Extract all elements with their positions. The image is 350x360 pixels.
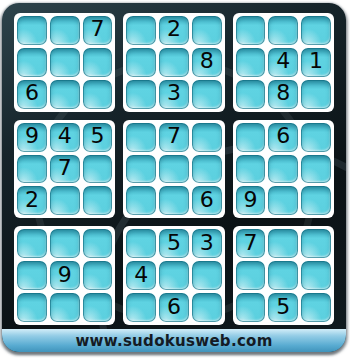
given-digit: 1 [309, 50, 323, 72]
cell-r7c1[interactable] [17, 229, 47, 258]
cell-r8c8[interactable] [268, 261, 298, 290]
cell-r3c4[interactable] [126, 80, 156, 109]
cell-r1c7[interactable] [236, 16, 266, 45]
cell-r1c2[interactable] [50, 16, 80, 45]
cell-r3c8[interactable]: 8 [268, 80, 298, 109]
given-digit: 2 [25, 189, 39, 211]
cell-r6c4[interactable] [126, 186, 156, 215]
cell-r7c3[interactable] [83, 229, 113, 258]
cell-r1c3[interactable]: 7 [83, 16, 113, 45]
cell-r5c5[interactable] [159, 155, 189, 184]
cell-r5c7[interactable] [236, 155, 266, 184]
box-r3c1: 9 [14, 226, 115, 325]
cell-r9c9[interactable] [301, 293, 331, 322]
given-digit: 8 [276, 82, 290, 104]
cell-r2c2[interactable] [50, 48, 80, 77]
cell-r2c6[interactable]: 8 [192, 48, 222, 77]
cell-r9c5[interactable]: 6 [159, 293, 189, 322]
cell-r4c4[interactable] [126, 123, 156, 152]
cell-r8c6[interactable] [192, 261, 222, 290]
cell-r3c9[interactable] [301, 80, 331, 109]
cell-r6c6[interactable]: 6 [192, 186, 222, 215]
cell-r6c8[interactable] [268, 186, 298, 215]
cell-r3c3[interactable] [83, 80, 113, 109]
cell-r6c9[interactable] [301, 186, 331, 215]
cell-r7c9[interactable] [301, 229, 331, 258]
website-link[interactable]: www.sudokusweb.com [75, 332, 272, 350]
cell-r9c1[interactable] [17, 293, 47, 322]
sudoku-board-plaque: 762834189457276699534675 www.sudokusweb.… [2, 3, 346, 352]
cell-r7c4[interactable] [126, 229, 156, 258]
cell-r2c1[interactable] [17, 48, 47, 77]
cell-r5c6[interactable] [192, 155, 222, 184]
cell-r3c1[interactable]: 6 [17, 80, 47, 109]
box-r1c1: 76 [14, 13, 115, 112]
footer-bar: www.sudokusweb.com [2, 329, 346, 352]
cell-r3c2[interactable] [50, 80, 80, 109]
given-digit: 3 [167, 82, 181, 104]
given-digit: 5 [276, 296, 290, 318]
cell-r6c1[interactable]: 2 [17, 186, 47, 215]
given-digit: 5 [167, 232, 181, 254]
box-r2c1: 94572 [14, 120, 115, 219]
cell-r7c6[interactable]: 3 [192, 229, 222, 258]
cell-r1c6[interactable] [192, 16, 222, 45]
cell-r9c2[interactable] [50, 293, 80, 322]
box-r2c2: 76 [123, 120, 224, 219]
cell-r8c1[interactable] [17, 261, 47, 290]
cell-r2c8[interactable]: 4 [268, 48, 298, 77]
box-r2c3: 69 [233, 120, 334, 219]
given-digit: 8 [200, 50, 214, 72]
cell-r3c5[interactable]: 3 [159, 80, 189, 109]
given-digit: 7 [58, 157, 72, 179]
cell-r3c7[interactable] [236, 80, 266, 109]
cell-r4c9[interactable] [301, 123, 331, 152]
cell-r1c5[interactable]: 2 [159, 16, 189, 45]
cell-r2c3[interactable] [83, 48, 113, 77]
cell-r7c7[interactable]: 7 [236, 229, 266, 258]
cell-r7c8[interactable] [268, 229, 298, 258]
cell-r1c4[interactable] [126, 16, 156, 45]
given-digit: 2 [167, 18, 181, 40]
cell-r4c2[interactable]: 4 [50, 123, 80, 152]
given-digit: 6 [200, 189, 214, 211]
given-digit: 6 [25, 82, 39, 104]
cell-r4c8[interactable]: 6 [268, 123, 298, 152]
given-digit: 6 [276, 125, 290, 147]
given-digit: 6 [167, 296, 181, 318]
given-digit: 4 [276, 50, 290, 72]
given-digit: 5 [90, 125, 104, 147]
box-r1c3: 418 [233, 13, 334, 112]
cell-r4c1[interactable]: 9 [17, 123, 47, 152]
box-r3c2: 5346 [123, 226, 224, 325]
cell-r7c2[interactable] [50, 229, 80, 258]
cell-r5c3[interactable] [83, 155, 113, 184]
given-digit: 4 [58, 125, 72, 147]
given-digit: 7 [244, 232, 258, 254]
cell-r5c2[interactable]: 7 [50, 155, 80, 184]
cell-r9c8[interactable]: 5 [268, 293, 298, 322]
cell-r1c8[interactable] [268, 16, 298, 45]
cell-r1c1[interactable] [17, 16, 47, 45]
box-r1c2: 283 [123, 13, 224, 112]
cell-r1c9[interactable] [301, 16, 331, 45]
cell-r5c4[interactable] [126, 155, 156, 184]
cell-r6c7[interactable]: 9 [236, 186, 266, 215]
cell-r4c5[interactable]: 7 [159, 123, 189, 152]
cell-r2c9[interactable]: 1 [301, 48, 331, 77]
cell-r4c7[interactable] [236, 123, 266, 152]
cell-r5c9[interactable] [301, 155, 331, 184]
cell-r4c6[interactable] [192, 123, 222, 152]
cell-r5c1[interactable] [17, 155, 47, 184]
cell-r8c9[interactable] [301, 261, 331, 290]
given-digit: 9 [58, 264, 72, 286]
cell-r3c6[interactable] [192, 80, 222, 109]
cell-r9c4[interactable] [126, 293, 156, 322]
cell-r7c5[interactable]: 5 [159, 229, 189, 258]
given-digit: 9 [244, 189, 258, 211]
cell-r2c4[interactable] [126, 48, 156, 77]
sudoku-page: { "game": "sudoku", "position": "..7.2..… [0, 0, 350, 360]
cell-r6c2[interactable] [50, 186, 80, 215]
cell-r8c2[interactable]: 9 [50, 261, 80, 290]
box-r3c3: 75 [233, 226, 334, 325]
cell-r8c3[interactable] [83, 261, 113, 290]
given-digit: 9 [25, 125, 39, 147]
cell-r6c3[interactable] [83, 186, 113, 215]
sudoku-grid: 762834189457276699534675 [14, 13, 334, 325]
cell-r8c4[interactable]: 4 [126, 261, 156, 290]
cell-r9c3[interactable] [83, 293, 113, 322]
cell-r5c8[interactable] [268, 155, 298, 184]
cell-r8c5[interactable] [159, 261, 189, 290]
cell-r8c7[interactable] [236, 261, 266, 290]
cell-r6c5[interactable] [159, 186, 189, 215]
given-digit: 4 [134, 264, 148, 286]
cell-r2c5[interactable] [159, 48, 189, 77]
given-digit: 7 [167, 125, 181, 147]
cell-r4c3[interactable]: 5 [83, 123, 113, 152]
cell-r2c7[interactable] [236, 48, 266, 77]
given-digit: 7 [90, 18, 104, 40]
cell-r9c7[interactable] [236, 293, 266, 322]
given-digit: 3 [200, 232, 214, 254]
cell-r9c6[interactable] [192, 293, 222, 322]
